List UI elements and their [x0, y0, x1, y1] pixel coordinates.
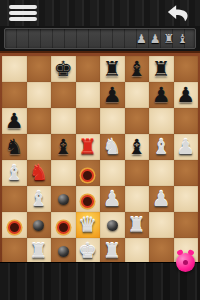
square-h3[interactable] — [174, 186, 199, 212]
square-d2[interactable]: ♛ — [76, 212, 101, 238]
white-king: ♚ — [76, 238, 101, 264]
square-c1[interactable] — [51, 238, 76, 264]
square-d4[interactable] — [76, 160, 101, 186]
square-a1[interactable] — [2, 238, 27, 264]
undo-icon[interactable] — [165, 3, 191, 23]
square-c7[interactable] — [51, 82, 76, 108]
square-g8[interactable]: ♜ — [149, 56, 174, 82]
square-h6[interactable] — [174, 108, 199, 134]
square-a5[interactable]: ♞ — [2, 134, 27, 160]
square-h8[interactable] — [174, 56, 199, 82]
red-knight: ♞ — [27, 160, 52, 186]
black-bishop: ♝ — [125, 56, 150, 82]
square-g4[interactable] — [149, 160, 174, 186]
captured-white-rook: ♜ — [163, 33, 174, 45]
white-queen: ♛ — [76, 212, 101, 238]
white-pawn: ♟ — [149, 186, 174, 212]
white-bishop: ♝ — [2, 160, 27, 186]
square-g2[interactable] — [149, 212, 174, 238]
captured-pieces-tray: ♟♟♜♝ — [4, 28, 196, 49]
square-h5[interactable]: ♟ — [174, 134, 199, 160]
move-indicator-ring — [8, 221, 21, 234]
square-g3[interactable]: ♟ — [149, 186, 174, 212]
move-indicator-ring — [57, 221, 70, 234]
white-knight: ♞ — [100, 134, 125, 160]
captured-white-pawn: ♟ — [136, 33, 147, 45]
top-toolbar — [0, 0, 200, 26]
black-ball-marker — [107, 220, 118, 231]
black-bishop: ♝ — [51, 134, 76, 160]
black-king: ♚ — [51, 56, 76, 82]
square-c3[interactable] — [51, 186, 76, 212]
square-b1[interactable]: ♜ — [27, 238, 52, 264]
white-pawn: ♟ — [100, 186, 125, 212]
square-f1[interactable] — [125, 238, 150, 264]
red-rook: ♜ — [76, 134, 101, 160]
black-pawn: ♟ — [100, 82, 125, 108]
square-f2[interactable]: ♜ — [125, 212, 150, 238]
square-d5[interactable]: ♜ — [76, 134, 101, 160]
square-c8[interactable]: ♚ — [51, 56, 76, 82]
square-b7[interactable] — [27, 82, 52, 108]
square-e1[interactable]: ♜ — [100, 238, 125, 264]
black-rook: ♜ — [149, 56, 174, 82]
square-e8[interactable]: ♜ — [100, 56, 125, 82]
square-e6[interactable] — [100, 108, 125, 134]
square-a7[interactable] — [2, 82, 27, 108]
square-g1[interactable] — [149, 238, 174, 264]
square-e4[interactable] — [100, 160, 125, 186]
captured-white-bishop: ♝ — [177, 33, 188, 45]
black-knight: ♞ — [2, 134, 27, 160]
square-b6[interactable] — [27, 108, 52, 134]
white-rook: ♜ — [100, 238, 125, 264]
square-b4[interactable]: ♞ — [27, 160, 52, 186]
black-pawn: ♟ — [149, 82, 174, 108]
black-pawn: ♟ — [174, 82, 199, 108]
square-d7[interactable] — [76, 82, 101, 108]
black-bishop: ♝ — [125, 134, 150, 160]
square-a4[interactable]: ♝ — [2, 160, 27, 186]
thinking-timer-icon — [176, 253, 195, 272]
square-g6[interactable] — [149, 108, 174, 134]
square-c5[interactable]: ♝ — [51, 134, 76, 160]
square-h7[interactable]: ♟ — [174, 82, 199, 108]
square-a2[interactable] — [2, 212, 27, 238]
move-indicator-ring — [81, 169, 94, 182]
captured-white-pawn: ♟ — [150, 33, 161, 45]
black-pawn: ♟ — [2, 108, 27, 134]
white-bishop: ♝ — [27, 186, 52, 212]
square-b3[interactable]: ♝ — [27, 186, 52, 212]
square-d8[interactable] — [76, 56, 101, 82]
square-b8[interactable] — [27, 56, 52, 82]
square-c6[interactable] — [51, 108, 76, 134]
square-a3[interactable] — [2, 186, 27, 212]
square-c2[interactable] — [51, 212, 76, 238]
square-g7[interactable]: ♟ — [149, 82, 174, 108]
black-ball-marker — [33, 220, 44, 231]
square-e7[interactable]: ♟ — [100, 82, 125, 108]
square-f3[interactable] — [125, 186, 150, 212]
square-d3[interactable] — [76, 186, 101, 212]
white-rook: ♜ — [125, 212, 150, 238]
chess-app-screen: ♟♟♜♝ ♚♜♝♜♟♟♟♟♞♝♜♞♝♝♟♝♞♝♟♟♛♜♜♚♜ — [0, 0, 200, 300]
square-g5[interactable]: ♝ — [149, 134, 174, 160]
hamburger-menu-icon[interactable] — [9, 2, 39, 23]
square-e3[interactable]: ♟ — [100, 186, 125, 212]
square-h2[interactable] — [174, 212, 199, 238]
black-ball-marker — [58, 194, 69, 205]
black-ball-marker — [58, 246, 69, 257]
white-pawn: ♟ — [174, 134, 199, 160]
board-frame: ♚♜♝♜♟♟♟♟♞♝♜♞♝♝♟♝♞♝♟♟♛♜♜♚♜ — [0, 51, 200, 269]
square-d1[interactable]: ♚ — [76, 238, 101, 264]
chess-board: ♚♜♝♜♟♟♟♟♞♝♜♞♝♝♟♝♞♝♟♟♛♜♜♚♜ — [2, 56, 198, 264]
white-rook: ♜ — [27, 238, 52, 264]
white-bishop: ♝ — [149, 134, 174, 160]
bottom-toolbar — [0, 262, 200, 300]
square-b5[interactable] — [27, 134, 52, 160]
square-d6[interactable] — [76, 108, 101, 134]
square-e2[interactable] — [100, 212, 125, 238]
square-f7[interactable] — [125, 82, 150, 108]
move-indicator-ring — [81, 195, 94, 208]
square-h4[interactable] — [174, 160, 199, 186]
square-e5[interactable]: ♞ — [100, 134, 125, 160]
square-f6[interactable] — [125, 108, 150, 134]
square-a6[interactable]: ♟ — [2, 108, 27, 134]
square-a8[interactable] — [2, 56, 27, 82]
square-f4[interactable] — [125, 160, 150, 186]
undo-arrow-glyph — [166, 4, 190, 23]
square-f8[interactable]: ♝ — [125, 56, 150, 82]
square-c4[interactable] — [51, 160, 76, 186]
black-rook: ♜ — [100, 56, 125, 82]
square-b2[interactable] — [27, 212, 52, 238]
square-f5[interactable]: ♝ — [125, 134, 150, 160]
